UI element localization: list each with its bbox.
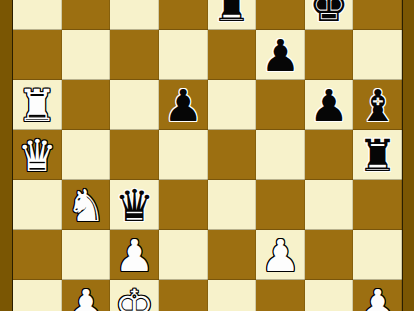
black-king-piece[interactable]: ♚ — [309, 0, 348, 31]
square-a7[interactable] — [13, 30, 62, 80]
square-f6[interactable] — [256, 80, 305, 130]
square-g4[interactable] — [305, 180, 354, 230]
square-c4[interactable]: ♛ — [110, 180, 159, 230]
square-h6[interactable]: ♝ — [353, 80, 402, 130]
white-pawn-piece[interactable]: ♟ — [115, 231, 154, 281]
square-a2[interactable] — [13, 280, 62, 311]
square-d4[interactable] — [159, 180, 208, 230]
square-c8[interactable] — [110, 0, 159, 30]
square-d5[interactable] — [159, 130, 208, 180]
square-g5[interactable] — [305, 130, 354, 180]
square-d7[interactable] — [159, 30, 208, 80]
black-rook-piece[interactable]: ♜ — [358, 131, 397, 181]
square-a5[interactable]: ♛ — [13, 130, 62, 180]
square-a6[interactable]: ♜ — [13, 80, 62, 130]
square-f2[interactable] — [256, 280, 305, 311]
square-e5[interactable] — [208, 130, 257, 180]
chess-board: ♜♚♟♜♟♟♝♛♜♞♛♟♟♟♚♟ — [12, 0, 403, 311]
square-h2[interactable]: ♟ — [353, 280, 402, 311]
black-rook-piece[interactable]: ♜ — [212, 0, 251, 31]
square-h5[interactable]: ♜ — [353, 130, 402, 180]
square-b6[interactable] — [62, 80, 111, 130]
square-b5[interactable] — [62, 130, 111, 180]
square-b4[interactable]: ♞ — [62, 180, 111, 230]
chess-app-screen: ♜♚♟♜♟♟♝♛♜♞♛♟♟♟♚♟ — [0, 0, 414, 311]
square-d8[interactable] — [159, 0, 208, 30]
black-pawn-piece[interactable]: ♟ — [261, 31, 300, 81]
square-a3[interactable] — [13, 230, 62, 280]
white-queen-piece[interactable]: ♛ — [18, 131, 57, 181]
square-h7[interactable] — [353, 30, 402, 80]
square-b7[interactable] — [62, 30, 111, 80]
white-pawn-piece[interactable]: ♟ — [66, 281, 105, 311]
white-pawn-piece[interactable]: ♟ — [358, 281, 397, 311]
square-e8[interactable]: ♜ — [208, 0, 257, 30]
square-h4[interactable] — [353, 180, 402, 230]
square-e6[interactable] — [208, 80, 257, 130]
square-f8[interactable] — [256, 0, 305, 30]
square-c6[interactable] — [110, 80, 159, 130]
square-e4[interactable] — [208, 180, 257, 230]
square-f4[interactable] — [256, 180, 305, 230]
square-h3[interactable] — [353, 230, 402, 280]
square-c3[interactable]: ♟ — [110, 230, 159, 280]
black-queen-piece[interactable]: ♛ — [115, 181, 154, 231]
square-c5[interactable] — [110, 130, 159, 180]
square-h8[interactable] — [353, 0, 402, 30]
square-b8[interactable] — [62, 0, 111, 30]
square-g6[interactable]: ♟ — [305, 80, 354, 130]
square-g7[interactable] — [305, 30, 354, 80]
square-d2[interactable] — [159, 280, 208, 311]
white-king-piece[interactable]: ♚ — [115, 281, 154, 311]
white-rook-piece[interactable]: ♜ — [18, 81, 57, 131]
square-a4[interactable] — [13, 180, 62, 230]
square-e7[interactable] — [208, 30, 257, 80]
black-bishop-piece[interactable]: ♝ — [358, 81, 397, 131]
square-d3[interactable] — [159, 230, 208, 280]
square-c2[interactable]: ♚ — [110, 280, 159, 311]
square-f5[interactable] — [256, 130, 305, 180]
black-pawn-piece[interactable]: ♟ — [309, 81, 348, 131]
white-knight-piece[interactable]: ♞ — [66, 181, 105, 231]
black-pawn-piece[interactable]: ♟ — [163, 81, 202, 131]
square-g3[interactable] — [305, 230, 354, 280]
square-c7[interactable] — [110, 30, 159, 80]
square-g2[interactable] — [305, 280, 354, 311]
white-pawn-piece[interactable]: ♟ — [261, 231, 300, 281]
square-b3[interactable] — [62, 230, 111, 280]
square-g8[interactable]: ♚ — [305, 0, 354, 30]
square-a8[interactable] — [13, 0, 62, 30]
square-f3[interactable]: ♟ — [256, 230, 305, 280]
square-e3[interactable] — [208, 230, 257, 280]
square-d6[interactable]: ♟ — [159, 80, 208, 130]
square-f7[interactable]: ♟ — [256, 30, 305, 80]
square-b2[interactable]: ♟ — [62, 280, 111, 311]
square-e2[interactable] — [208, 280, 257, 311]
